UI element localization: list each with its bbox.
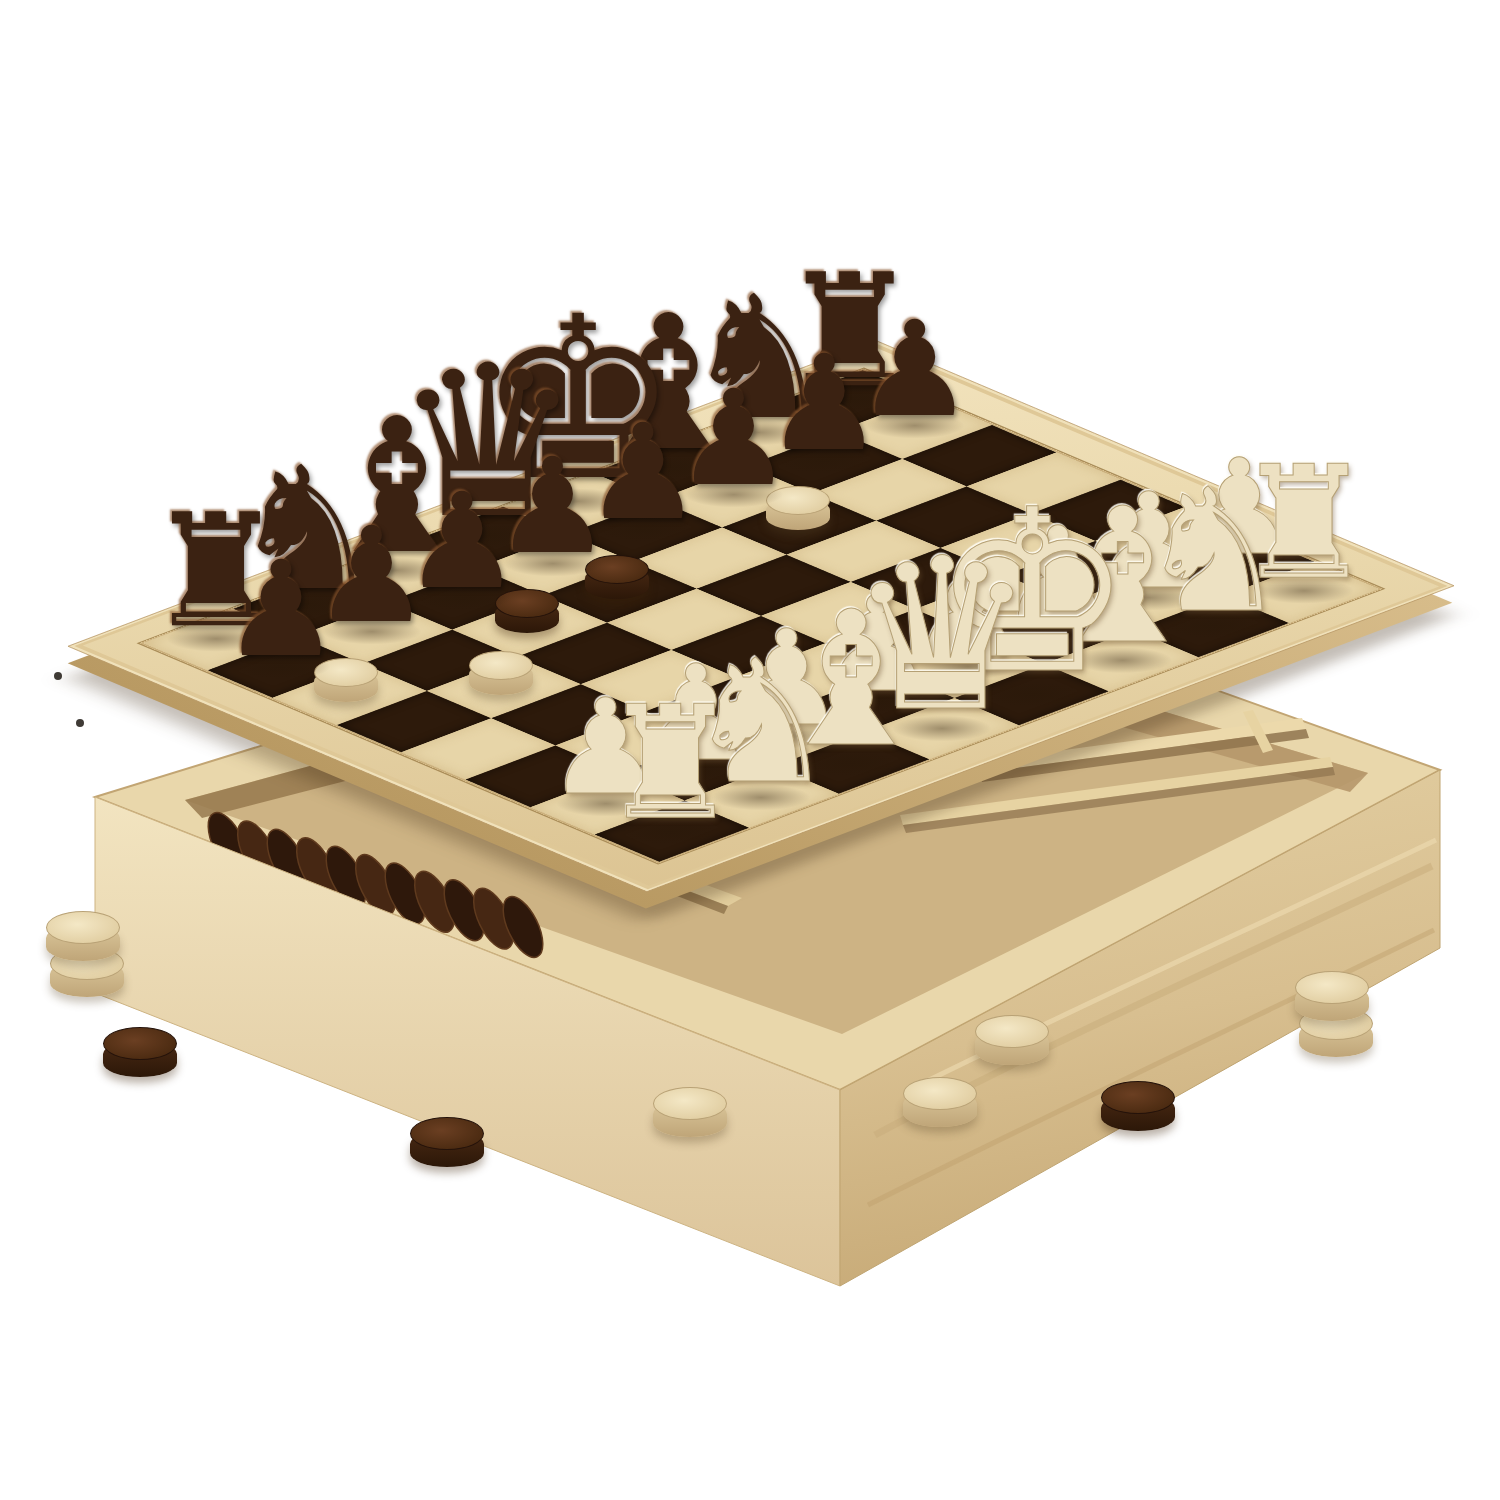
checker-top	[975, 1015, 1049, 1048]
checker-light-floor-8[interactable]	[1295, 971, 1369, 1021]
piece-glyph: ♟	[222, 547, 340, 672]
checker-top	[1101, 1081, 1175, 1114]
checker-light-floor-6[interactable]	[975, 1015, 1049, 1065]
clasp-dot	[76, 719, 84, 727]
checker-top	[1295, 971, 1369, 1004]
piece-white-rook-a1[interactable]: ♜	[600, 689, 740, 837]
checker-light-floor-0[interactable]	[46, 911, 120, 961]
piece-black-pawn-a7[interactable]: ♟	[222, 547, 340, 672]
checker-light-on-board-b5[interactable]	[469, 651, 533, 695]
piece-glyph: ♜	[600, 689, 740, 837]
checker-light-floor-4[interactable]	[653, 1087, 727, 1137]
checker-light-floor-5[interactable]	[903, 1077, 977, 1127]
checker-top	[653, 1087, 727, 1120]
checker-dark-floor-2[interactable]	[103, 1027, 177, 1077]
checker-dark-floor-7[interactable]	[1101, 1081, 1175, 1131]
checker-top	[410, 1117, 484, 1150]
checker-top	[903, 1077, 977, 1110]
checker-top	[46, 911, 120, 944]
checker-top	[469, 651, 533, 680]
checker-top	[103, 1027, 177, 1060]
clasp-dot	[54, 672, 62, 680]
white-studio-background: ♜♞♝♛♚♝♞♜♟♟♟♟♟♟♟♟♟♟♟♟♟♟♟♟♜♞♝♛♚♝♞♜	[0, 0, 1500, 1500]
checker-dark-floor-3[interactable]	[410, 1117, 484, 1167]
